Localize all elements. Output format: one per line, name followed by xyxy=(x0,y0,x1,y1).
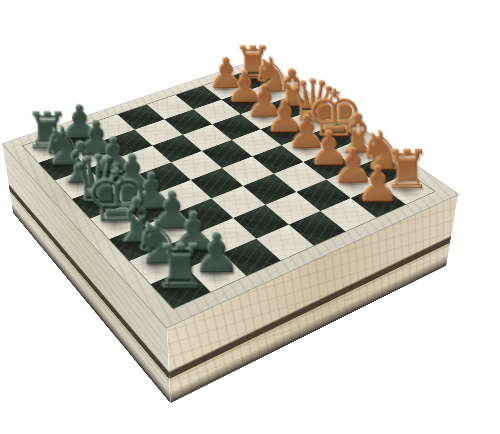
product-photo-scene: ♜♞♝♛♚♝♞♜♟♟♟♟♟♟♟♟♟♟♟♟♟♟♟♟♜♞♝♛♚♝♞♜ xyxy=(0,0,500,434)
chess-piece-glyph: ♜ xyxy=(153,236,208,297)
chess-piece-glyph: ♟ xyxy=(356,158,401,208)
chess-box: ♜♞♝♛♚♝♞♜♟♟♟♟♟♟♟♟♟♟♟♟♟♟♟♟♜♞♝♛♚♝♞♜ xyxy=(2,59,458,327)
